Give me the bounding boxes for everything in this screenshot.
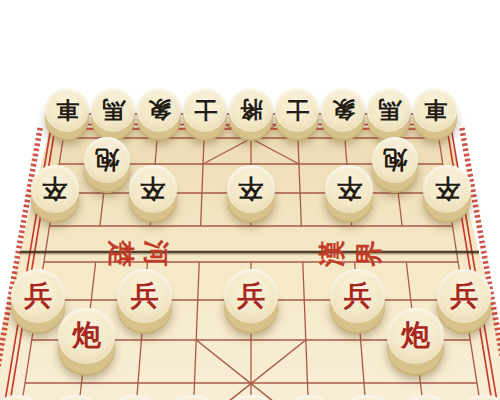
piece-glyph: 馬 bbox=[378, 99, 401, 122]
piece-glyph: 兵 bbox=[450, 282, 478, 310]
river-label-char: 漢 bbox=[318, 240, 345, 267]
piece-glyph: 士 bbox=[286, 99, 309, 122]
piece-red-advisor[interactable]: 仕 bbox=[162, 395, 223, 400]
piece-glyph: 炮 bbox=[401, 321, 430, 350]
piece-glyph: 兵 bbox=[237, 282, 265, 310]
piece-black-horse[interactable]: 馬 bbox=[367, 88, 411, 132]
piece-red-soldier[interactable]: 兵 bbox=[224, 269, 278, 323]
piece-black-horse[interactable]: 馬 bbox=[91, 88, 135, 132]
piece-glyph: 卒 bbox=[42, 176, 67, 201]
piece-red-advisor[interactable]: 仕 bbox=[279, 395, 340, 400]
piece-black-soldier[interactable]: 卒 bbox=[31, 165, 79, 213]
piece-red-soldier[interactable]: 兵 bbox=[330, 269, 384, 323]
piece-black-soldier[interactable]: 卒 bbox=[423, 165, 471, 213]
piece-red-soldier[interactable]: 兵 bbox=[437, 269, 491, 323]
piece-glyph: 兵 bbox=[344, 282, 372, 310]
piece-glyph: 象 bbox=[148, 99, 171, 122]
piece-glyph: 兵 bbox=[24, 282, 52, 310]
piece-glyph: 炮 bbox=[95, 148, 119, 172]
piece-red-chariot[interactable]: 車 bbox=[0, 395, 48, 400]
piece-glyph: 馬 bbox=[102, 99, 125, 122]
piece-black-soldier[interactable]: 卒 bbox=[227, 165, 275, 213]
piece-red-horse[interactable]: 馬 bbox=[45, 395, 106, 400]
piece-red-general[interactable]: 帥 bbox=[220, 395, 281, 400]
piece-glyph: 車 bbox=[424, 99, 447, 122]
piece-glyph: 士 bbox=[194, 99, 217, 122]
piece-red-horse[interactable]: 馬 bbox=[395, 395, 456, 400]
piece-glyph: 炮 bbox=[383, 148, 407, 172]
xiangqi-photo-scene: 楚 河 漢 界 車馬象士將士象馬車炮炮卒卒卒卒卒兵兵兵兵兵炮炮車馬相仕帥仕相馬車 bbox=[0, 0, 500, 400]
river-label-char: 界 bbox=[355, 240, 382, 267]
piece-black-soldier[interactable]: 卒 bbox=[325, 165, 373, 213]
piece-red-chariot[interactable]: 車 bbox=[454, 395, 500, 400]
piece-red-soldier[interactable]: 兵 bbox=[11, 269, 65, 323]
piece-black-soldier[interactable]: 卒 bbox=[129, 165, 177, 213]
piece-red-soldier[interactable]: 兵 bbox=[117, 269, 171, 323]
piece-black-cannon[interactable]: 炮 bbox=[84, 137, 131, 184]
piece-black-advisor[interactable]: 士 bbox=[183, 88, 227, 132]
piece-glyph: 車 bbox=[56, 99, 79, 122]
piece-glyph: 象 bbox=[332, 99, 355, 122]
piece-black-elephant[interactable]: 象 bbox=[321, 88, 365, 132]
piece-red-elephant[interactable]: 相 bbox=[104, 395, 165, 400]
piece-red-elephant[interactable]: 相 bbox=[337, 395, 398, 400]
river-label-han-jie: 漢 界 bbox=[318, 236, 394, 270]
piece-glyph: 卒 bbox=[435, 176, 460, 201]
river-label-chu-he: 楚 河 bbox=[108, 236, 178, 270]
piece-glyph: 炮 bbox=[72, 321, 101, 350]
piece-red-cannon[interactable]: 炮 bbox=[387, 308, 443, 364]
piece-glyph: 卒 bbox=[140, 176, 165, 201]
piece-glyph: 兵 bbox=[130, 282, 158, 310]
pieces-layer: 車馬象士將士象馬車炮炮卒卒卒卒卒兵兵兵兵兵炮炮車馬相仕帥仕相馬車 bbox=[0, 0, 500, 400]
piece-red-cannon[interactable]: 炮 bbox=[58, 308, 114, 364]
river-label-char: 楚 bbox=[108, 240, 135, 267]
piece-glyph: 將 bbox=[240, 99, 263, 122]
piece-black-general[interactable]: 將 bbox=[229, 88, 273, 132]
piece-black-chariot[interactable]: 車 bbox=[45, 88, 89, 132]
river-label-char: 河 bbox=[143, 240, 170, 267]
piece-glyph: 卒 bbox=[238, 176, 263, 201]
piece-black-chariot[interactable]: 車 bbox=[413, 88, 457, 132]
piece-black-elephant[interactable]: 象 bbox=[137, 88, 181, 132]
piece-black-cannon[interactable]: 炮 bbox=[372, 137, 419, 184]
piece-black-advisor[interactable]: 士 bbox=[275, 88, 319, 132]
piece-glyph: 卒 bbox=[337, 176, 362, 201]
